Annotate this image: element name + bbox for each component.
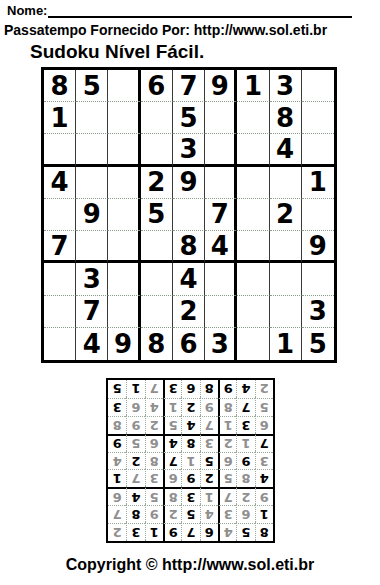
solution-cell-r7c7: 2 (144, 416, 162, 434)
solution-cell-r7c2: 3 (236, 416, 254, 434)
puzzle-cell-r7c2: 3 (76, 263, 108, 295)
solution-cell-r2c7: 9 (144, 505, 162, 523)
solution-cell-r9c1: 2 (254, 380, 272, 398)
puzzle-cell-r2c1: 1 (44, 102, 76, 134)
solution-cell-r9c4: 8 (199, 380, 217, 398)
solution-cell-r6c2: 1 (236, 434, 254, 452)
solution-cell-r3c8: 4 (126, 487, 144, 505)
puzzle-cell-r9c5: 6 (173, 328, 205, 360)
solution-cell-r6c9: 9 (108, 434, 126, 452)
puzzle-cell-r5c9[interactable] (302, 199, 334, 231)
puzzle-cell-r9c8: 1 (270, 328, 302, 360)
solution-cell-r4c9: 1 (108, 469, 126, 487)
puzzle-cell-r6c7[interactable] (237, 231, 269, 263)
solution-cell-r5c7: 8 (144, 452, 162, 470)
puzzle-cell-r1c8: 3 (270, 70, 302, 102)
puzzle-cell-r2c2[interactable] (76, 102, 108, 134)
puzzle-cell-r4c3[interactable] (108, 167, 140, 199)
solution-cell-r8c1: 5 (254, 398, 272, 416)
solution-cell-r5c1: 3 (254, 452, 272, 470)
solution-cell-r9c5: 6 (181, 380, 199, 398)
puzzle-cell-r8c2: 7 (76, 296, 108, 328)
sudoku-solution-grid-rotated: 8546791321634529879271385464852963713965… (106, 378, 275, 543)
solution-cell-r2c3: 3 (218, 505, 236, 523)
solution-cell-r6c8: 5 (126, 434, 144, 452)
puzzle-cell-r6c2[interactable] (76, 231, 108, 263)
puzzle-cell-r4c9: 1 (302, 167, 334, 199)
puzzle-cell-r5c7[interactable] (237, 199, 269, 231)
name-row: Nome: (7, 3, 352, 18)
solution-cell-r4c1: 4 (254, 469, 272, 487)
puzzle-cell-r1c5: 7 (173, 70, 205, 102)
puzzle-cell-r9c3: 9 (108, 328, 140, 360)
sudoku-puzzle-grid: 856791315834429195727849347234986315 (41, 67, 337, 363)
puzzle-cell-r2c8: 8 (270, 102, 302, 134)
puzzle-cell-r3c4[interactable] (141, 134, 173, 166)
puzzle-cell-r4c6[interactable] (205, 167, 237, 199)
solution-cell-r5c3: 6 (218, 452, 236, 470)
puzzle-cell-r5c5[interactable] (173, 199, 205, 231)
puzzle-cell-r7c1[interactable] (44, 263, 76, 295)
solution-cell-r6c5: 8 (181, 434, 199, 452)
puzzle-cell-r9c2: 4 (76, 328, 108, 360)
solution-cell-r8c6: 1 (163, 398, 181, 416)
puzzle-cell-r4c8[interactable] (270, 167, 302, 199)
solution-cell-r3c2: 2 (236, 487, 254, 505)
puzzle-cell-r4c4: 2 (141, 167, 173, 199)
solution-cell-r4c2: 8 (236, 469, 254, 487)
solution-cell-r2c5: 5 (181, 505, 199, 523)
puzzle-cell-r3c2[interactable] (76, 134, 108, 166)
puzzle-cell-r8c9: 3 (302, 296, 334, 328)
puzzle-cell-r8c7[interactable] (237, 296, 269, 328)
puzzle-cell-r1c9[interactable] (302, 70, 334, 102)
solution-cell-r9c8: 1 (126, 380, 144, 398)
puzzle-cell-r6c5: 8 (173, 231, 205, 263)
puzzle-cell-r8c6[interactable] (205, 296, 237, 328)
solution-cell-r7c9: 8 (108, 416, 126, 434)
solution-cell-r1c7: 1 (144, 523, 162, 541)
puzzle-cell-r5c3[interactable] (108, 199, 140, 231)
solution-cell-r5c6: 7 (163, 452, 181, 470)
solution-cell-r1c5: 7 (181, 523, 199, 541)
puzzle-cell-r1c4: 6 (141, 70, 173, 102)
puzzle-cell-r9c9: 5 (302, 328, 334, 360)
puzzle-cell-r7c8[interactable] (270, 263, 302, 295)
solution-cell-r4c5: 9 (181, 469, 199, 487)
puzzle-cell-r3c9[interactable] (302, 134, 334, 166)
puzzle-cell-r2c4[interactable] (141, 102, 173, 134)
solution-cell-r3c4: 1 (199, 487, 217, 505)
solution-cell-r2c1: 1 (254, 505, 272, 523)
solution-cell-r5c2: 9 (236, 452, 254, 470)
solution-cell-r6c3: 2 (218, 434, 236, 452)
puzzle-cell-r2c6[interactable] (205, 102, 237, 134)
solution-cell-r3c5: 3 (181, 487, 199, 505)
solution-cell-r9c7: 7 (144, 380, 162, 398)
puzzle-cell-r6c6: 4 (205, 231, 237, 263)
solution-cell-r1c6: 9 (163, 523, 181, 541)
puzzle-cell-r5c4: 5 (141, 199, 173, 231)
solution-cell-r2c2: 6 (236, 505, 254, 523)
name-label: Nome: (7, 3, 47, 18)
solution-cell-r4c6: 6 (163, 469, 181, 487)
puzzle-cell-r7c5: 4 (173, 263, 205, 295)
puzzle-cell-r1c2: 5 (76, 70, 108, 102)
puzzle-cell-r7c6[interactable] (205, 263, 237, 295)
solution-cell-r8c2: 7 (236, 398, 254, 416)
solution-cell-r8c8: 6 (126, 398, 144, 416)
puzzle-cell-r8c5: 2 (173, 296, 205, 328)
solution-cell-r2c4: 4 (199, 505, 217, 523)
puzzle-cell-r1c6: 9 (205, 70, 237, 102)
solution-cell-r9c2: 4 (236, 380, 254, 398)
solution-cell-r9c3: 9 (218, 380, 236, 398)
puzzle-cell-r1c1: 8 (44, 70, 76, 102)
solution-cell-r8c7: 4 (144, 398, 162, 416)
solution-cell-r2c8: 8 (126, 505, 144, 523)
puzzle-cell-r4c1: 4 (44, 167, 76, 199)
solution-area: 8546791321634529879271385464852963713965… (106, 378, 275, 543)
puzzle-cell-r2c7[interactable] (237, 102, 269, 134)
solution-cell-r8c3: 8 (218, 398, 236, 416)
solution-cell-r2c6: 2 (163, 505, 181, 523)
solution-cell-r3c1: 9 (254, 487, 272, 505)
puzzle-cell-r7c7[interactable] (237, 263, 269, 295)
solution-cell-r7c1: 6 (254, 416, 272, 434)
copyright-line: Copyright © http://www.sol.eti.br (0, 556, 380, 574)
puzzle-cell-r4c2[interactable] (76, 167, 108, 199)
puzzle-cell-r2c3[interactable] (108, 102, 140, 134)
solution-cell-r5c5: 1 (181, 452, 199, 470)
solution-cell-r6c6: 4 (163, 434, 181, 452)
solution-cell-r3c9: 6 (108, 487, 126, 505)
puzzle-cell-r9c6: 3 (205, 328, 237, 360)
solution-cell-r8c4: 9 (199, 398, 217, 416)
solution-cell-r9c9: 5 (108, 380, 126, 398)
puzzle-cell-r6c1: 7 (44, 231, 76, 263)
solution-cell-r7c5: 4 (181, 416, 199, 434)
puzzle-cell-r5c1[interactable] (44, 199, 76, 231)
puzzle-cell-r4c7[interactable] (237, 167, 269, 199)
solution-cell-r3c7: 5 (144, 487, 162, 505)
solution-cell-r4c3: 5 (218, 469, 236, 487)
puzzle-cell-r6c9: 9 (302, 231, 334, 263)
puzzle-cell-r6c4[interactable] (141, 231, 173, 263)
solution-cell-r5c4: 5 (199, 452, 217, 470)
solution-cell-r3c6: 8 (163, 487, 181, 505)
puzzle-cell-r4c5: 9 (173, 167, 205, 199)
solution-cell-r6c4: 3 (199, 434, 217, 452)
puzzle-cell-r8c1[interactable] (44, 296, 76, 328)
provider-line: Passatempo Fornecido Por: http://www.sol… (4, 23, 380, 38)
solution-cell-r2c9: 7 (108, 505, 126, 523)
puzzle-cell-r7c9[interactable] (302, 263, 334, 295)
solution-cell-r8c5: 2 (181, 398, 199, 416)
puzzle-cell-r8c4[interactable] (141, 296, 173, 328)
solution-cell-r8c9: 3 (108, 398, 126, 416)
solution-cell-r7c3: 1 (218, 416, 236, 434)
solution-cell-r5c9: 4 (108, 452, 126, 470)
puzzle-cell-r9c7[interactable] (237, 328, 269, 360)
puzzle-cell-r3c8: 4 (270, 134, 302, 166)
page-title: Sudoku Nível Fácil. (30, 41, 380, 62)
puzzle-cell-r3c3[interactable] (108, 134, 140, 166)
puzzle-cell-r5c8: 2 (270, 199, 302, 231)
puzzle-cell-r1c3[interactable] (108, 70, 140, 102)
puzzle-cell-r6c3[interactable] (108, 231, 140, 263)
solution-cell-r5c8: 2 (126, 452, 144, 470)
solution-cell-r4c7: 3 (144, 469, 162, 487)
puzzle-cell-r7c4[interactable] (141, 263, 173, 295)
solution-cell-r4c8: 7 (126, 469, 144, 487)
puzzle-cell-r7c3[interactable] (108, 263, 140, 295)
solution-cell-r1c9: 2 (108, 523, 126, 541)
name-fill-line[interactable] (48, 3, 352, 18)
solution-cell-r1c8: 3 (126, 523, 144, 541)
solution-cell-r1c3: 4 (218, 523, 236, 541)
puzzle-cell-r5c2: 9 (76, 199, 108, 231)
solution-cell-r3c3: 7 (218, 487, 236, 505)
solution-cell-r7c8: 9 (126, 416, 144, 434)
puzzle-cell-r1c7: 1 (237, 70, 269, 102)
solution-cell-r1c4: 6 (199, 523, 217, 541)
puzzle-cell-r8c8[interactable] (270, 296, 302, 328)
solution-cell-r7c6: 5 (163, 416, 181, 434)
solution-cell-r9c6: 3 (163, 380, 181, 398)
puzzle-cell-r3c1[interactable] (44, 134, 76, 166)
solution-cell-r1c2: 5 (236, 523, 254, 541)
solution-cell-r4c4: 2 (199, 469, 217, 487)
solution-cell-r6c1: 7 (254, 434, 272, 452)
puzzle-cell-r3c7[interactable] (237, 134, 269, 166)
puzzle-cell-r3c5: 3 (173, 134, 205, 166)
puzzle-cell-r2c5: 5 (173, 102, 205, 134)
puzzle-cell-r6c8[interactable] (270, 231, 302, 263)
puzzle-cell-r9c4: 8 (141, 328, 173, 360)
puzzle-cell-r2c9[interactable] (302, 102, 334, 134)
puzzle-cell-r9c1[interactable] (44, 328, 76, 360)
solution-cell-r7c4: 7 (199, 416, 217, 434)
puzzle-cell-r5c6: 7 (205, 199, 237, 231)
puzzle-cell-r3c6[interactable] (205, 134, 237, 166)
sudoku-worksheet-page: Nome: Passatempo Fornecido Por: http://w… (0, 3, 380, 585)
solution-cell-r6c7: 6 (144, 434, 162, 452)
puzzle-cell-r8c3[interactable] (108, 296, 140, 328)
solution-cell-r1c1: 8 (254, 523, 272, 541)
